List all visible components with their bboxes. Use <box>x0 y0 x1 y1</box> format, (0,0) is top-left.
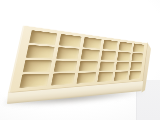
compartment-r3c5 <box>116 62 130 71</box>
compartment-r2c5 <box>117 52 131 61</box>
compartment-r3c1 <box>23 59 52 72</box>
compartment-r4c6 <box>129 71 141 80</box>
compartment-r4c5 <box>114 71 128 80</box>
compartment-r4c1 <box>19 74 49 88</box>
compartment-r3c4 <box>99 61 115 71</box>
compartment-r3c6 <box>130 62 142 70</box>
compartment-r1c6 <box>133 43 145 52</box>
compartment-r2c4 <box>100 50 116 60</box>
compartment-r3c3 <box>78 61 97 72</box>
compartment-r1c3 <box>83 37 102 49</box>
studio-background <box>0 0 160 120</box>
compartment-r2c6 <box>132 53 144 61</box>
compartment-r2c3 <box>80 49 99 60</box>
compartment-r1c5 <box>119 42 132 52</box>
compartment-r2c1 <box>26 45 54 59</box>
compartment-r1c2 <box>59 34 82 47</box>
compartment-grid <box>19 30 144 88</box>
compartment-r4c2 <box>51 73 75 86</box>
compartment-r4c3 <box>76 72 96 83</box>
compartment-r2c2 <box>56 47 79 59</box>
compartment-r4c4 <box>97 72 113 82</box>
compartment-r3c2 <box>53 60 76 72</box>
screenshot-stage <box>0 0 160 120</box>
compartment-r1c4 <box>102 40 118 51</box>
compartment-r1c1 <box>29 30 57 45</box>
